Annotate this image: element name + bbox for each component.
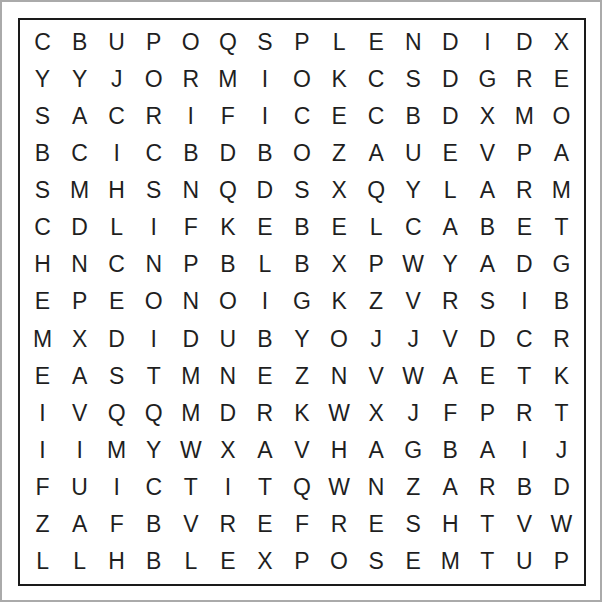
- grid-cell-r11c10[interactable]: X: [358, 395, 395, 432]
- grid-cell-r11c5[interactable]: M: [172, 395, 209, 432]
- grid-cell-r4c7[interactable]: B: [246, 135, 283, 172]
- grid-cell-r4c9[interactable]: Z: [321, 135, 358, 172]
- grid-cell-r15c10[interactable]: S: [358, 543, 395, 580]
- grid-cell-r9c6[interactable]: U: [209, 321, 246, 358]
- grid-cell-r8c12[interactable]: R: [432, 283, 469, 320]
- grid-cell-r8c14[interactable]: I: [506, 283, 543, 320]
- grid-cell-r3c13[interactable]: X: [469, 98, 506, 135]
- grid-cell-r7c12[interactable]: Y: [432, 246, 469, 283]
- grid-cell-r2c3[interactable]: J: [98, 61, 135, 98]
- grid-cell-r14c13[interactable]: T: [469, 506, 506, 543]
- grid-cell-r1c8[interactable]: P: [283, 24, 320, 61]
- grid-cell-r1c5[interactable]: O: [172, 24, 209, 61]
- grid-cell-r14c6[interactable]: R: [209, 506, 246, 543]
- grid-cell-r5c2[interactable]: M: [61, 172, 98, 209]
- grid-cell-r12c6[interactable]: X: [209, 432, 246, 469]
- grid-cell-r9c7[interactable]: B: [246, 321, 283, 358]
- grid-cell-r8c4[interactable]: O: [135, 283, 172, 320]
- grid-cell-r15c11[interactable]: E: [395, 543, 432, 580]
- grid-cell-r2c6[interactable]: M: [209, 61, 246, 98]
- grid-cell-r15c5[interactable]: L: [172, 543, 209, 580]
- grid-cell-r15c3[interactable]: H: [98, 543, 135, 580]
- grid-cell-r13c1[interactable]: F: [24, 469, 61, 506]
- grid-cell-r3c3[interactable]: C: [98, 98, 135, 135]
- grid-cell-r1c9[interactable]: L: [321, 24, 358, 61]
- grid-cell-r6c8[interactable]: B: [283, 209, 320, 246]
- grid-cell-r13c3[interactable]: I: [98, 469, 135, 506]
- grid-cell-r3c14[interactable]: M: [506, 98, 543, 135]
- grid-cell-r4c1[interactable]: B: [24, 135, 61, 172]
- grid-cell-r4c14[interactable]: P: [506, 135, 543, 172]
- grid-cell-r13c8[interactable]: Q: [283, 469, 320, 506]
- grid-cell-r4c6[interactable]: D: [209, 135, 246, 172]
- grid-cell-r14c12[interactable]: H: [432, 506, 469, 543]
- grid-cell-r8c3[interactable]: E: [98, 283, 135, 320]
- grid-cell-r7c8[interactable]: B: [283, 246, 320, 283]
- grid-cell-r11c14[interactable]: R: [506, 395, 543, 432]
- grid-cell-r3c11[interactable]: B: [395, 98, 432, 135]
- grid-cell-r14c2[interactable]: A: [61, 506, 98, 543]
- grid-cell-r7c14[interactable]: D: [506, 246, 543, 283]
- grid-cell-r10c14[interactable]: T: [506, 358, 543, 395]
- grid-cell-r13c9[interactable]: W: [321, 469, 358, 506]
- grid-cell-r5c6[interactable]: Q: [209, 172, 246, 209]
- grid-cell-r7c7[interactable]: L: [246, 246, 283, 283]
- grid-cell-r8c10[interactable]: Z: [358, 283, 395, 320]
- grid-cell-r6c4[interactable]: I: [135, 209, 172, 246]
- grid-cell-r8c6[interactable]: O: [209, 283, 246, 320]
- grid-cell-r1c3[interactable]: U: [98, 24, 135, 61]
- grid-cell-r10c12[interactable]: A: [432, 358, 469, 395]
- grid-cell-r1c4[interactable]: P: [135, 24, 172, 61]
- grid-cell-r14c4[interactable]: B: [135, 506, 172, 543]
- grid-cell-r10c5[interactable]: M: [172, 358, 209, 395]
- grid-cell-r6c9[interactable]: E: [321, 209, 358, 246]
- grid-cell-r3c5[interactable]: I: [172, 98, 209, 135]
- grid-cell-r8c9[interactable]: K: [321, 283, 358, 320]
- grid-cell-r8c13[interactable]: S: [469, 283, 506, 320]
- grid-cell-r1c6[interactable]: Q: [209, 24, 246, 61]
- grid-cell-r4c2[interactable]: C: [61, 135, 98, 172]
- grid-cell-r3c2[interactable]: A: [61, 98, 98, 135]
- grid-cell-r7c6[interactable]: B: [209, 246, 246, 283]
- grid-cell-r13c10[interactable]: N: [358, 469, 395, 506]
- grid-cell-r7c13[interactable]: A: [469, 246, 506, 283]
- grid-cell-r2c13[interactable]: G: [469, 61, 506, 98]
- grid-cell-r14c1[interactable]: Z: [24, 506, 61, 543]
- grid-cell-r15c14[interactable]: U: [506, 543, 543, 580]
- word-search-grid: CBUPOQSPLENDIDXYYJORMIOKCSDGRESACRIFICEC…: [18, 18, 586, 586]
- grid-cell-r15c9[interactable]: O: [321, 543, 358, 580]
- grid-cell-r2c2[interactable]: Y: [61, 61, 98, 98]
- grid-cell-r6c5[interactable]: F: [172, 209, 209, 246]
- grid-cell-r10c6[interactable]: N: [209, 358, 246, 395]
- grid-cell-r15c15[interactable]: P: [543, 543, 580, 580]
- grid-cell-r4c4[interactable]: C: [135, 135, 172, 172]
- grid-cell-r1c1[interactable]: C: [24, 24, 61, 61]
- grid-cell-r13c13[interactable]: R: [469, 469, 506, 506]
- grid-cell-r9c5[interactable]: D: [172, 321, 209, 358]
- grid-cell-r9c13[interactable]: D: [469, 321, 506, 358]
- grid-cell-r6c2[interactable]: D: [61, 209, 98, 246]
- grid-cell-r13c7[interactable]: T: [246, 469, 283, 506]
- grid-cell-r14c15[interactable]: W: [543, 506, 580, 543]
- grid-cell-r9c11[interactable]: J: [395, 321, 432, 358]
- grid-cell-r5c8[interactable]: S: [283, 172, 320, 209]
- grid-cell-r4c11[interactable]: U: [395, 135, 432, 172]
- grid-cell-r7c9[interactable]: X: [321, 246, 358, 283]
- grid-cell-r12c10[interactable]: A: [358, 432, 395, 469]
- grid-cell-r10c2[interactable]: A: [61, 358, 98, 395]
- grid-cell-r15c1[interactable]: L: [24, 543, 61, 580]
- grid-cell-r14c9[interactable]: R: [321, 506, 358, 543]
- grid-cell-r8c11[interactable]: V: [395, 283, 432, 320]
- grid-cell-r6c10[interactable]: L: [358, 209, 395, 246]
- grid-cell-r3c12[interactable]: D: [432, 98, 469, 135]
- grid-cell-r11c11[interactable]: J: [395, 395, 432, 432]
- grid-cell-r9c12[interactable]: V: [432, 321, 469, 358]
- grid-cell-r4c8[interactable]: O: [283, 135, 320, 172]
- grid-cell-r13c4[interactable]: C: [135, 469, 172, 506]
- grid-cell-r9c10[interactable]: J: [358, 321, 395, 358]
- grid-cell-r9c3[interactable]: D: [98, 321, 135, 358]
- grid-cell-r3c9[interactable]: E: [321, 98, 358, 135]
- word-search-page: CBUPOQSPLENDIDXYYJORMIOKCSDGRESACRIFICEC…: [0, 0, 602, 602]
- grid-cell-r13c6[interactable]: I: [209, 469, 246, 506]
- grid-cell-r10c10[interactable]: V: [358, 358, 395, 395]
- grid-cell-r5c11[interactable]: Y: [395, 172, 432, 209]
- grid-cell-r14c14[interactable]: V: [506, 506, 543, 543]
- grid-cell-r6c12[interactable]: A: [432, 209, 469, 246]
- grid-cell-r2c4[interactable]: O: [135, 61, 172, 98]
- grid-cell-r6c6[interactable]: K: [209, 209, 246, 246]
- grid-cell-r6c14[interactable]: E: [506, 209, 543, 246]
- grid-cell-r13c2[interactable]: U: [61, 469, 98, 506]
- grid-cell-r4c10[interactable]: A: [358, 135, 395, 172]
- grid-cell-r2c12[interactable]: D: [432, 61, 469, 98]
- grid-cell-r13c12[interactable]: A: [432, 469, 469, 506]
- grid-cell-r7c4[interactable]: N: [135, 246, 172, 283]
- grid-cell-r12c1[interactable]: I: [24, 432, 61, 469]
- grid-cell-r7c11[interactable]: W: [395, 246, 432, 283]
- grid-cell-r15c12[interactable]: M: [432, 543, 469, 580]
- grid-cell-r6c3[interactable]: L: [98, 209, 135, 246]
- grid-cell-r1c10[interactable]: E: [358, 24, 395, 61]
- grid-cell-r11c6[interactable]: D: [209, 395, 246, 432]
- grid-cell-r9c15[interactable]: R: [543, 321, 580, 358]
- grid-cell-r10c8[interactable]: Z: [283, 358, 320, 395]
- grid-cell-r15c8[interactable]: P: [283, 543, 320, 580]
- grid-cell-r3c6[interactable]: F: [209, 98, 246, 135]
- grid-cell-r10c15[interactable]: K: [543, 358, 580, 395]
- grid-cell-r1c14[interactable]: D: [506, 24, 543, 61]
- grid-cell-r15c7[interactable]: X: [246, 543, 283, 580]
- grid-cell-r5c5[interactable]: N: [172, 172, 209, 209]
- grid-cell-r14c11[interactable]: S: [395, 506, 432, 543]
- grid-cell-r4c13[interactable]: V: [469, 135, 506, 172]
- grid-cell-r8c1[interactable]: E: [24, 283, 61, 320]
- grid-cell-r15c4[interactable]: B: [135, 543, 172, 580]
- grid-cell-r5c3[interactable]: H: [98, 172, 135, 209]
- grid-cell-r2c14[interactable]: R: [506, 61, 543, 98]
- grid-cell-r12c11[interactable]: G: [395, 432, 432, 469]
- grid-cell-r4c3[interactable]: I: [98, 135, 135, 172]
- grid-cell-r12c3[interactable]: M: [98, 432, 135, 469]
- grid-cell-r10c1[interactable]: E: [24, 358, 61, 395]
- grid-cell-r10c13[interactable]: E: [469, 358, 506, 395]
- grid-cell-r3c4[interactable]: R: [135, 98, 172, 135]
- grid-cell-r7c15[interactable]: G: [543, 246, 580, 283]
- grid-cell-r14c10[interactable]: E: [358, 506, 395, 543]
- grid-cell-r11c8[interactable]: K: [283, 395, 320, 432]
- grid-cell-r11c12[interactable]: F: [432, 395, 469, 432]
- grid-cell-r10c3[interactable]: S: [98, 358, 135, 395]
- grid-cell-r11c7[interactable]: R: [246, 395, 283, 432]
- grid-cell-r1c12[interactable]: D: [432, 24, 469, 61]
- grid-cell-r5c7[interactable]: D: [246, 172, 283, 209]
- grid-cell-r7c1[interactable]: H: [24, 246, 61, 283]
- grid-cell-r5c10[interactable]: Q: [358, 172, 395, 209]
- grid-cell-r10c7[interactable]: E: [246, 358, 283, 395]
- grid-cell-r10c11[interactable]: W: [395, 358, 432, 395]
- grid-cell-r9c2[interactable]: X: [61, 321, 98, 358]
- grid-cell-r3c7[interactable]: I: [246, 98, 283, 135]
- grid-cell-r4c12[interactable]: E: [432, 135, 469, 172]
- grid-cell-r13c14[interactable]: B: [506, 469, 543, 506]
- grid-cell-r12c4[interactable]: Y: [135, 432, 172, 469]
- grid-cell-r13c11[interactable]: Z: [395, 469, 432, 506]
- grid-cell-r5c13[interactable]: A: [469, 172, 506, 209]
- grid-cell-r9c8[interactable]: Y: [283, 321, 320, 358]
- grid-cell-r12c2[interactable]: I: [61, 432, 98, 469]
- grid-cell-r6c1[interactable]: C: [24, 209, 61, 246]
- grid-cell-r1c7[interactable]: S: [246, 24, 283, 61]
- grid-cell-r14c7[interactable]: E: [246, 506, 283, 543]
- grid-cell-r2c10[interactable]: C: [358, 61, 395, 98]
- grid-cell-r11c15[interactable]: T: [543, 395, 580, 432]
- grid-cell-r12c9[interactable]: H: [321, 432, 358, 469]
- grid-cell-r4c5[interactable]: B: [172, 135, 209, 172]
- grid-cell-r6c11[interactable]: C: [395, 209, 432, 246]
- grid-cell-r11c13[interactable]: P: [469, 395, 506, 432]
- grid-cell-r11c2[interactable]: V: [61, 395, 98, 432]
- grid-cell-r10c9[interactable]: N: [321, 358, 358, 395]
- grid-cell-r11c9[interactable]: W: [321, 395, 358, 432]
- grid-cell-r2c5[interactable]: R: [172, 61, 209, 98]
- grid-cell-r9c4[interactable]: I: [135, 321, 172, 358]
- grid-cell-r2c15[interactable]: E: [543, 61, 580, 98]
- grid-cell-r13c5[interactable]: T: [172, 469, 209, 506]
- grid-cell-r8c2[interactable]: P: [61, 283, 98, 320]
- grid-cell-r1c13[interactable]: I: [469, 24, 506, 61]
- grid-cell-r12c14[interactable]: I: [506, 432, 543, 469]
- grid-cell-r5c4[interactable]: S: [135, 172, 172, 209]
- grid-cell-r1c11[interactable]: N: [395, 24, 432, 61]
- grid-cell-r8c15[interactable]: B: [543, 283, 580, 320]
- grid-cell-r9c1[interactable]: M: [24, 321, 61, 358]
- grid-cell-r5c9[interactable]: X: [321, 172, 358, 209]
- grid-cell-r13c15[interactable]: D: [543, 469, 580, 506]
- grid-cell-r12c5[interactable]: W: [172, 432, 209, 469]
- grid-cell-r12c15[interactable]: J: [543, 432, 580, 469]
- grid-cell-r12c8[interactable]: V: [283, 432, 320, 469]
- grid-cell-r3c10[interactable]: C: [358, 98, 395, 135]
- grid-cell-r4c15[interactable]: A: [543, 135, 580, 172]
- grid-cell-r5c1[interactable]: S: [24, 172, 61, 209]
- grid-cell-r15c13[interactable]: T: [469, 543, 506, 580]
- grid-cell-r6c13[interactable]: B: [469, 209, 506, 246]
- grid-cell-r2c8[interactable]: O: [283, 61, 320, 98]
- grid-cell-r14c5[interactable]: V: [172, 506, 209, 543]
- grid-cell-r10c4[interactable]: T: [135, 358, 172, 395]
- grid-cell-r8c5[interactable]: N: [172, 283, 209, 320]
- grid-cell-r12c13[interactable]: A: [469, 432, 506, 469]
- grid-cell-r2c9[interactable]: K: [321, 61, 358, 98]
- grid-cell-r11c1[interactable]: I: [24, 395, 61, 432]
- grid-cell-r5c15[interactable]: M: [543, 172, 580, 209]
- grid-cell-r8c7[interactable]: I: [246, 283, 283, 320]
- grid-cell-r7c10[interactable]: P: [358, 246, 395, 283]
- grid-cell-r11c3[interactable]: Q: [98, 395, 135, 432]
- grid-cell-r2c1[interactable]: Y: [24, 61, 61, 98]
- grid-cell-r7c3[interactable]: C: [98, 246, 135, 283]
- grid-cell-r3c1[interactable]: S: [24, 98, 61, 135]
- grid-cell-r5c14[interactable]: R: [506, 172, 543, 209]
- grid-cell-r1c2[interactable]: B: [61, 24, 98, 61]
- grid-cell-r12c12[interactable]: B: [432, 432, 469, 469]
- grid-cell-r1c15[interactable]: X: [543, 24, 580, 61]
- grid-cell-r5c12[interactable]: L: [432, 172, 469, 209]
- grid-cell-r12c7[interactable]: A: [246, 432, 283, 469]
- grid-cell-r15c2[interactable]: L: [61, 543, 98, 580]
- grid-cell-r3c8[interactable]: C: [283, 98, 320, 135]
- grid-cell-r14c3[interactable]: F: [98, 506, 135, 543]
- grid-cell-r15c6[interactable]: E: [209, 543, 246, 580]
- grid-cell-r7c5[interactable]: P: [172, 246, 209, 283]
- grid-cell-r7c2[interactable]: N: [61, 246, 98, 283]
- grid-cell-r2c11[interactable]: S: [395, 61, 432, 98]
- grid-cell-r14c8[interactable]: F: [283, 506, 320, 543]
- grid-cell-r6c15[interactable]: T: [543, 209, 580, 246]
- grid-cell-r3c15[interactable]: O: [543, 98, 580, 135]
- grid-cell-r9c14[interactable]: C: [506, 321, 543, 358]
- grid-cell-r6c7[interactable]: E: [246, 209, 283, 246]
- grid-cell-r9c9[interactable]: O: [321, 321, 358, 358]
- grid-cell-r8c8[interactable]: G: [283, 283, 320, 320]
- grid-cell-r2c7[interactable]: I: [246, 61, 283, 98]
- grid-cell-r11c4[interactable]: Q: [135, 395, 172, 432]
